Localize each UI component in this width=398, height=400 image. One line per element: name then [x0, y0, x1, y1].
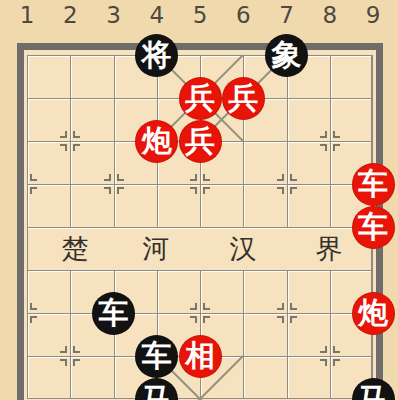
- point-marker: [60, 144, 67, 151]
- black-piece-马[interactable]: 马: [352, 378, 395, 400]
- point-marker: [73, 359, 80, 366]
- column-label-9: 9: [355, 1, 391, 29]
- black-piece-车[interactable]: 车: [135, 335, 178, 378]
- red-piece-兵[interactable]: 兵: [179, 77, 222, 120]
- point-marker: [190, 303, 197, 310]
- point-marker: [320, 144, 327, 151]
- column-label-2: 2: [52, 1, 88, 29]
- point-marker: [277, 316, 284, 323]
- point-marker: [203, 316, 210, 323]
- board-cell[interactable]: [27, 55, 70, 98]
- point-marker: [117, 174, 124, 181]
- column-label-4: 4: [139, 1, 175, 29]
- board-cell[interactable]: [70, 55, 113, 98]
- black-piece-车[interactable]: 车: [92, 292, 135, 335]
- column-label-3: 3: [96, 1, 132, 29]
- column-label-5: 5: [182, 1, 218, 29]
- red-piece-车[interactable]: 车: [352, 163, 395, 206]
- point-marker: [30, 187, 37, 194]
- point-marker: [333, 131, 340, 138]
- point-marker: [203, 174, 210, 181]
- point-marker: [73, 131, 80, 138]
- point-marker: [190, 316, 197, 323]
- red-piece-炮[interactable]: 炮: [352, 292, 395, 335]
- column-label-6: 6: [225, 1, 261, 29]
- red-piece-车[interactable]: 车: [352, 206, 395, 249]
- point-marker: [277, 303, 284, 310]
- point-marker: [277, 174, 284, 181]
- point-marker: [290, 303, 297, 310]
- point-marker: [190, 187, 197, 194]
- red-piece-兵[interactable]: 兵: [179, 120, 222, 163]
- black-piece-将[interactable]: 将: [135, 34, 178, 77]
- river-char-1: 楚: [62, 231, 89, 267]
- red-piece-炮[interactable]: 炮: [135, 120, 178, 163]
- point-marker: [333, 346, 340, 353]
- column-label-8: 8: [312, 1, 348, 29]
- column-label-7: 7: [269, 1, 305, 29]
- point-marker: [290, 174, 297, 181]
- point-marker: [333, 359, 340, 366]
- red-piece-兵[interactable]: 兵: [222, 77, 265, 120]
- river-char-2: 河: [143, 231, 170, 267]
- board-cell[interactable]: [330, 55, 373, 98]
- xiangqi-app: 123456789 楚河汉界 将象兵兵炮兵车车车炮车相马马: [0, 0, 398, 400]
- point-marker: [277, 187, 284, 194]
- point-marker: [320, 346, 327, 353]
- point-marker: [60, 131, 67, 138]
- point-marker: [60, 346, 67, 353]
- board-cell[interactable]: [243, 356, 286, 399]
- point-marker: [30, 316, 37, 323]
- point-marker: [190, 174, 197, 181]
- point-marker: [290, 187, 297, 194]
- column-label-1: 1: [9, 1, 45, 29]
- point-marker: [104, 187, 111, 194]
- point-marker: [73, 346, 80, 353]
- point-marker: [117, 187, 124, 194]
- point-marker: [30, 174, 37, 181]
- point-marker: [104, 174, 111, 181]
- black-piece-象[interactable]: 象: [265, 34, 308, 77]
- point-marker: [320, 131, 327, 138]
- point-marker: [320, 359, 327, 366]
- point-marker: [333, 144, 340, 151]
- red-piece-相[interactable]: 相: [179, 335, 222, 378]
- river-char-4: 界: [316, 231, 343, 267]
- point-marker: [73, 144, 80, 151]
- point-marker: [203, 303, 210, 310]
- point-marker: [30, 303, 37, 310]
- point-marker: [60, 359, 67, 366]
- point-marker: [290, 316, 297, 323]
- river-char-3: 汉: [230, 231, 257, 267]
- point-marker: [203, 187, 210, 194]
